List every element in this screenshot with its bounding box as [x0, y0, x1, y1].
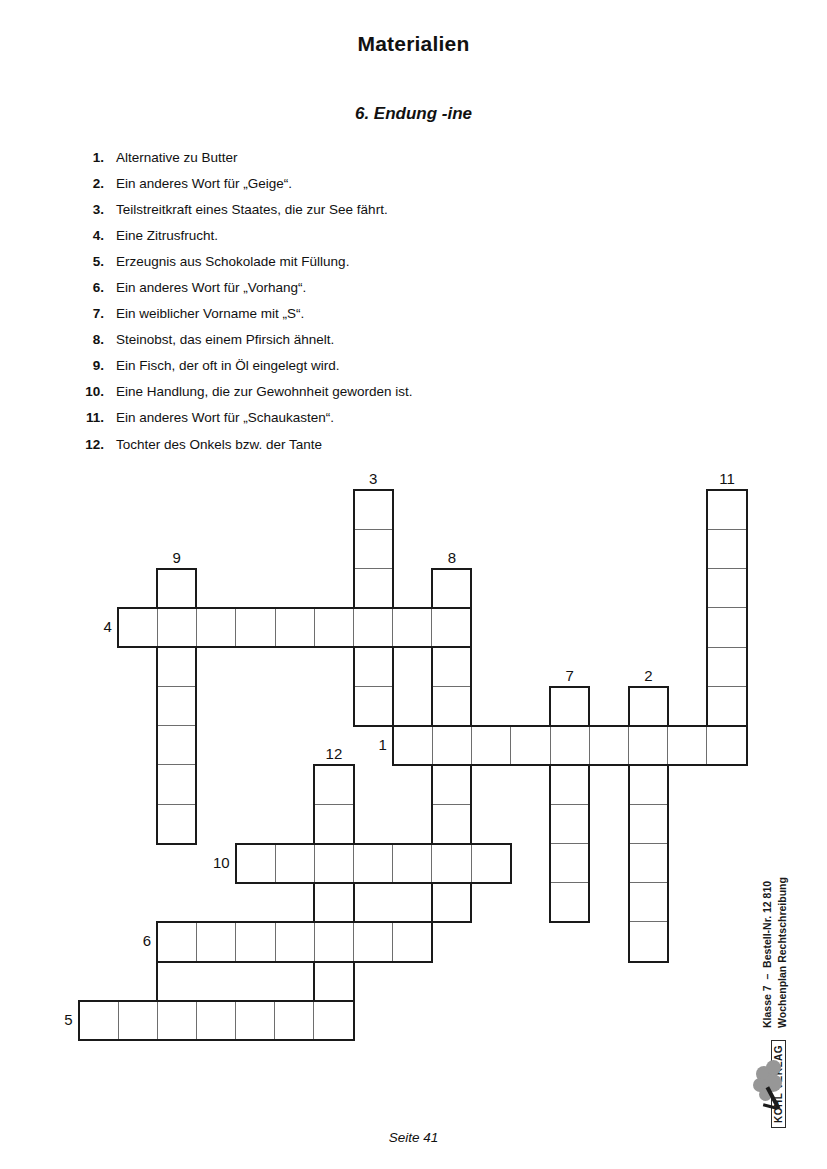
crossword-cell[interactable] [708, 687, 745, 726]
clue-item: 3.Teilstreitkraft eines Staates, die zur… [72, 196, 412, 222]
clue-number: 3. [72, 202, 104, 217]
crossword-cell[interactable] [433, 883, 470, 921]
crossword-cell[interactable] [551, 766, 588, 805]
crossword-cell[interactable] [197, 609, 236, 646]
crossword-cell[interactable] [276, 923, 315, 960]
word-box-6 [156, 921, 433, 962]
word-box-4 [117, 607, 473, 648]
crossword-cell[interactable] [630, 688, 667, 727]
grid-number-7: 7 [550, 667, 589, 685]
grid-number-4: 4 [72, 618, 112, 636]
grid-number-10: 10 [190, 854, 230, 872]
crossword-cell[interactable] [433, 570, 470, 609]
crossword-cell[interactable] [393, 923, 431, 960]
clue-item: 4.Eine Zitrusfrucht. [72, 222, 412, 248]
crossword-cell[interactable] [158, 1002, 197, 1039]
clue-item: 1.Alternative zu Butter [72, 144, 412, 170]
crossword-cell[interactable] [551, 688, 588, 727]
crossword-cell[interactable] [315, 845, 354, 882]
clue-number: 5. [72, 254, 104, 269]
crossword-cell[interactable] [433, 766, 470, 805]
crossword-cell[interactable] [276, 845, 315, 882]
clue-item: 9.Ein Fisch, der oft in Öl eingelegt wir… [72, 353, 412, 379]
crossword-cell[interactable] [433, 687, 470, 726]
clue-number: 4. [72, 228, 104, 243]
crossword-cell[interactable] [197, 923, 236, 960]
crossword-cell[interactable] [158, 805, 195, 843]
extra-box[interactable] [392, 646, 433, 727]
extra-box[interactable] [353, 882, 434, 923]
crossword-cell[interactable] [158, 648, 195, 687]
crossword-cell[interactable] [630, 883, 667, 922]
crossword-cell[interactable] [393, 609, 432, 646]
clue-text: Ein anderes Wort für „Vorhang“. [116, 280, 306, 295]
crossword-cell[interactable] [630, 766, 667, 805]
crossword-cell[interactable] [355, 569, 392, 608]
grid-number-8: 8 [432, 549, 471, 567]
clue-number: 9. [72, 358, 104, 373]
word-box-5 [78, 1000, 355, 1041]
clue-list: 1.Alternative zu Butter2.Ein anderes Wor… [72, 144, 412, 457]
grid-number-1: 1 [347, 736, 387, 754]
crossword-cell[interactable] [315, 766, 352, 805]
crossword-cell[interactable] [354, 609, 393, 646]
spine-issue-text: Klasse 7 – Bestell-Nr. 12 810 [761, 881, 773, 1028]
crossword-cell[interactable] [708, 530, 745, 569]
clue-text: Eine Handlung, die zur Gewohnheit geword… [116, 384, 412, 399]
crossword-cell[interactable] [708, 491, 745, 530]
page-title: Materialien [0, 32, 827, 56]
crossword-cell[interactable] [432, 845, 471, 882]
crossword-cell[interactable] [708, 569, 745, 608]
crossword-cell[interactable] [158, 570, 195, 609]
crossword-cell[interactable] [276, 609, 315, 646]
crossword-cell[interactable] [158, 923, 197, 960]
clue-item: 7.Ein weiblicher Vorname mit „S“. [72, 301, 412, 327]
crossword-cell[interactable] [394, 727, 433, 764]
clue-number: 2. [72, 176, 104, 191]
grid-number-3: 3 [354, 470, 393, 488]
crossword-cell[interactable] [433, 727, 472, 764]
grid-number-6: 6 [111, 932, 151, 950]
clue-number: 8. [72, 332, 104, 347]
clue-item: 10.Eine Handlung, die zur Gewohnheit gew… [72, 379, 412, 405]
clue-item: 6.Ein anderes Wort für „Vorhang“. [72, 274, 412, 300]
word-box-10 [235, 843, 512, 884]
spine-series-text: Wochenplan Rechtschreibung [776, 877, 788, 1028]
crossword-cell[interactable] [158, 609, 197, 646]
crossword-cell[interactable] [158, 687, 195, 726]
crossword-cell[interactable] [472, 727, 511, 764]
crossword-cell[interactable] [355, 687, 392, 725]
crossword-cell[interactable] [511, 727, 550, 764]
clue-number: 6. [72, 280, 104, 295]
clue-number: 7. [72, 306, 104, 321]
crossword-cell[interactable] [236, 609, 275, 646]
clue-text: Alternative zu Butter [116, 150, 238, 165]
grid-number-5: 5 [33, 1011, 73, 1029]
crossword-cell[interactable] [354, 923, 393, 960]
crossword-cell[interactable] [354, 845, 393, 882]
word-box-1 [392, 725, 748, 766]
crossword-cell[interactable] [119, 609, 158, 646]
crossword-cell[interactable] [708, 608, 745, 647]
clue-text: Eine Zitrusfrucht. [116, 228, 218, 243]
clue-number: 10. [72, 384, 104, 399]
crossword-cell[interactable] [707, 727, 745, 764]
clue-number: 1. [72, 150, 104, 165]
crossword-cell[interactable] [433, 648, 470, 687]
crossword-cell[interactable] [551, 805, 588, 844]
word-box-7 [549, 686, 590, 924]
crossword-cell[interactable] [355, 491, 392, 530]
clue-text: Steinobst, das einem Pfirsich ähnelt. [116, 332, 334, 347]
crossword-cell[interactable] [668, 727, 707, 764]
crossword-cell[interactable] [314, 1002, 352, 1039]
clue-text: Erzeugnis aus Schokolade mit Füllung. [116, 254, 349, 269]
crossword-cell[interactable] [393, 845, 432, 882]
crossword-cell[interactable] [158, 765, 195, 804]
clue-text: Teilstreitkraft eines Staates, die zur S… [116, 202, 388, 217]
crossword-cell[interactable] [158, 726, 195, 765]
crossword-cell[interactable] [197, 1002, 236, 1039]
crossword-cell[interactable] [275, 1002, 314, 1039]
clue-text: Ein weiblicher Vorname mit „S“. [116, 306, 304, 321]
clue-number: 12. [72, 437, 104, 452]
crossword-cell[interactable] [590, 727, 629, 764]
clue-item: 2.Ein anderes Wort für „Geige“. [72, 170, 412, 196]
crossword-cell[interactable] [315, 962, 352, 1001]
crossword-cell[interactable] [355, 530, 392, 569]
crossword-cell[interactable] [551, 727, 590, 764]
crossword-cell[interactable] [551, 883, 588, 921]
crossword-cell[interactable] [432, 609, 470, 646]
crossword-cell[interactable] [236, 923, 275, 960]
grid-number-9: 9 [157, 549, 196, 567]
page-number: Seite 41 [0, 1130, 827, 1145]
grid-number-2: 2 [629, 667, 668, 685]
crossword-cell[interactable] [315, 609, 354, 646]
exercise-title: 6. Endung -ine [0, 104, 827, 124]
crossword-cell[interactable] [237, 845, 276, 882]
crossword-cell[interactable] [433, 805, 470, 844]
crossword-cell[interactable] [551, 844, 588, 883]
clue-text: Ein anderes Wort für „Geige“. [116, 176, 292, 191]
crossword-cell[interactable] [315, 923, 354, 960]
crossword-cell[interactable] [315, 805, 352, 844]
extra-box[interactable] [156, 961, 315, 1002]
clue-item: 8.Steinobst, das einem Pfirsich ähnelt. [72, 327, 412, 353]
clue-text: Tochter des Onkels bzw. der Tante [116, 437, 322, 452]
crossword-cell[interactable] [629, 727, 668, 764]
crossword-cell[interactable] [236, 1002, 275, 1039]
grid-number-11: 11 [707, 470, 746, 488]
crossword-cell[interactable] [315, 884, 352, 923]
clue-text: Ein anderes Wort für „Schaukasten“. [116, 410, 334, 425]
clue-text: Ein Fisch, der oft in Öl eingelegt wird. [116, 358, 340, 373]
crossword-cell[interactable] [355, 648, 392, 687]
clue-number: 11. [72, 410, 104, 425]
crossword-cell[interactable] [630, 805, 667, 844]
clue-item: 5.Erzeugnis aus Schokolade mit Füllung. [72, 248, 412, 274]
tree-icon [766, 1060, 781, 1075]
crossword-cell[interactable] [472, 845, 510, 882]
clue-item: 11.Ein anderes Wort für „Schaukasten“. [72, 405, 412, 431]
crossword-cell[interactable] [119, 1002, 158, 1039]
crossword-cell[interactable] [630, 844, 667, 883]
crossword-cell[interactable] [708, 648, 745, 687]
clue-item: 12.Tochter des Onkels bzw. der Tante [72, 431, 412, 457]
crossword-cell[interactable] [80, 1002, 119, 1039]
crossword-cell[interactable] [630, 922, 667, 960]
